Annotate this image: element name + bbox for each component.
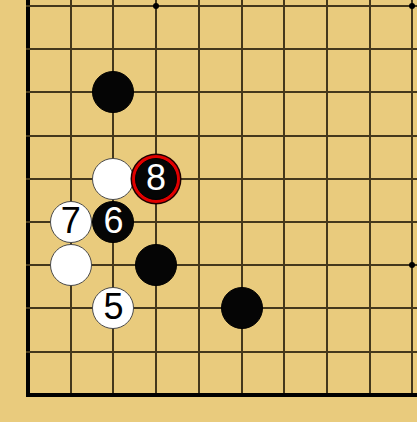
white-stone[interactable] — [50, 244, 92, 286]
board-edge-left — [26, 0, 30, 397]
move-number: 5 — [103, 289, 123, 327]
grid-line-vertical — [198, 0, 200, 396]
black-stone-move-8-marked[interactable]: 8 — [135, 158, 177, 200]
white-stone-move-7[interactable]: 7 — [50, 201, 92, 243]
star-point — [153, 3, 159, 9]
white-stone[interactable] — [92, 158, 134, 200]
star-point — [409, 262, 415, 268]
go-board-diagram[interactable]: 8765 — [0, 0, 417, 422]
board-edge-bottom — [26, 393, 417, 397]
grid-line-horizontal — [26, 135, 417, 137]
grid-line-vertical — [369, 0, 371, 396]
move-number: 7 — [61, 203, 81, 241]
grid-line-vertical — [326, 0, 328, 396]
grid-line-horizontal — [26, 351, 417, 353]
grid-line-horizontal — [26, 178, 417, 180]
black-stone-move-6[interactable]: 6 — [92, 201, 134, 243]
black-stone[interactable] — [221, 287, 263, 329]
grid-line-horizontal — [26, 48, 417, 50]
black-stone[interactable] — [92, 71, 134, 113]
black-stone[interactable] — [135, 244, 177, 286]
move-number: 6 — [103, 203, 123, 241]
grid-line-horizontal — [26, 91, 417, 93]
move-number: 8 — [146, 160, 166, 198]
grid-line-vertical — [70, 0, 72, 396]
grid-line-vertical — [411, 0, 413, 396]
grid-line-vertical — [283, 0, 285, 396]
star-point — [409, 3, 415, 9]
grid-line-vertical — [241, 0, 243, 396]
white-stone-move-5[interactable]: 5 — [92, 287, 134, 329]
grid-line-horizontal — [26, 5, 417, 7]
